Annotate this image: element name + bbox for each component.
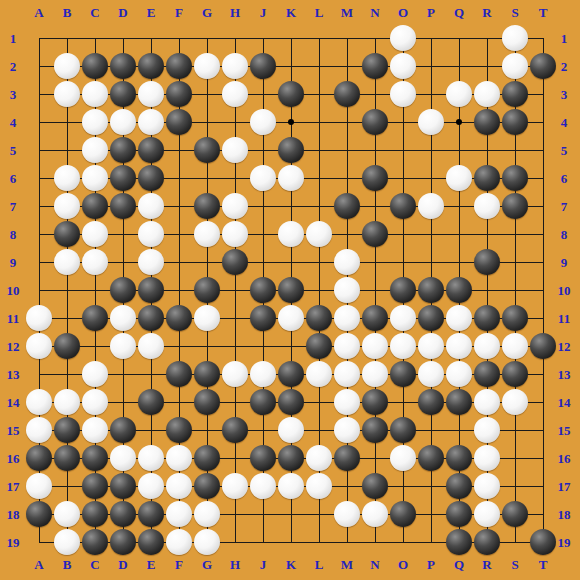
board-cell-J11[interactable]	[249, 304, 277, 332]
board-cell-B3[interactable]	[53, 80, 81, 108]
board-cell-B12[interactable]	[53, 332, 81, 360]
board-cell-J7[interactable]	[249, 192, 277, 220]
board-cell-S10[interactable]	[501, 276, 529, 304]
board-cell-P15[interactable]	[417, 416, 445, 444]
board-cell-E11[interactable]	[137, 304, 165, 332]
board-cell-A6[interactable]	[25, 164, 53, 192]
board-cell-E15[interactable]	[137, 416, 165, 444]
board-cell-A10[interactable]	[25, 276, 53, 304]
board-cell-J9[interactable]	[249, 248, 277, 276]
board-cell-A17[interactable]	[25, 472, 53, 500]
board-cell-Q19[interactable]	[445, 528, 473, 556]
board-cell-S7[interactable]	[501, 192, 529, 220]
board-cell-P16[interactable]	[417, 444, 445, 472]
board-cell-N5[interactable]	[361, 136, 389, 164]
board-cell-B18[interactable]	[53, 500, 81, 528]
board-cell-E18[interactable]	[137, 500, 165, 528]
board-cell-H17[interactable]	[221, 472, 249, 500]
board-cell-C11[interactable]	[81, 304, 109, 332]
board-cell-Q15[interactable]	[445, 416, 473, 444]
board-cell-E1[interactable]	[137, 24, 165, 52]
board-cell-H14[interactable]	[221, 388, 249, 416]
board-cell-Q4[interactable]	[445, 108, 473, 136]
board-cell-D18[interactable]	[109, 500, 137, 528]
board-cell-B14[interactable]	[53, 388, 81, 416]
board-cell-M17[interactable]	[333, 472, 361, 500]
board-cell-M8[interactable]	[333, 220, 361, 248]
board-cell-O17[interactable]	[389, 472, 417, 500]
board-cell-P4[interactable]	[417, 108, 445, 136]
board-cell-L9[interactable]	[305, 248, 333, 276]
board-cell-J2[interactable]	[249, 52, 277, 80]
board-cell-G4[interactable]	[193, 108, 221, 136]
board-cell-A3[interactable]	[25, 80, 53, 108]
board-cell-A12[interactable]	[25, 332, 53, 360]
board-cell-O12[interactable]	[389, 332, 417, 360]
board-cell-F16[interactable]	[165, 444, 193, 472]
board-cell-N13[interactable]	[361, 360, 389, 388]
board-cell-C2[interactable]	[81, 52, 109, 80]
board-cell-C10[interactable]	[81, 276, 109, 304]
board-cell-J17[interactable]	[249, 472, 277, 500]
board-cell-H2[interactable]	[221, 52, 249, 80]
board-cell-G7[interactable]	[193, 192, 221, 220]
board-cell-N11[interactable]	[361, 304, 389, 332]
board-cell-K16[interactable]	[277, 444, 305, 472]
board-cell-B19[interactable]	[53, 528, 81, 556]
board-cell-S11[interactable]	[501, 304, 529, 332]
board-cell-Q6[interactable]	[445, 164, 473, 192]
board-cell-C12[interactable]	[81, 332, 109, 360]
board-cell-P17[interactable]	[417, 472, 445, 500]
board-cell-L13[interactable]	[305, 360, 333, 388]
board-cell-B6[interactable]	[53, 164, 81, 192]
board-cell-R18[interactable]	[473, 500, 501, 528]
board-cell-H7[interactable]	[221, 192, 249, 220]
board-cell-B1[interactable]	[53, 24, 81, 52]
board-cell-Q16[interactable]	[445, 444, 473, 472]
board-cell-R12[interactable]	[473, 332, 501, 360]
board-cell-C18[interactable]	[81, 500, 109, 528]
board-cell-A8[interactable]	[25, 220, 53, 248]
board-cell-H10[interactable]	[221, 276, 249, 304]
board-cell-E16[interactable]	[137, 444, 165, 472]
board-cell-J14[interactable]	[249, 388, 277, 416]
board-cell-Q3[interactable]	[445, 80, 473, 108]
board-cell-D8[interactable]	[109, 220, 137, 248]
board-cell-L4[interactable]	[305, 108, 333, 136]
board-cell-K3[interactable]	[277, 80, 305, 108]
board-cell-C8[interactable]	[81, 220, 109, 248]
board-cell-L12[interactable]	[305, 332, 333, 360]
board-cell-G8[interactable]	[193, 220, 221, 248]
board-cell-E9[interactable]	[137, 248, 165, 276]
board-cell-P9[interactable]	[417, 248, 445, 276]
board-cell-O2[interactable]	[389, 52, 417, 80]
board-cell-K6[interactable]	[277, 164, 305, 192]
board-cell-L17[interactable]	[305, 472, 333, 500]
board-cell-N4[interactable]	[361, 108, 389, 136]
board-cell-O8[interactable]	[389, 220, 417, 248]
board-cell-R4[interactable]	[473, 108, 501, 136]
board-cell-E19[interactable]	[137, 528, 165, 556]
board-cell-S19[interactable]	[501, 528, 529, 556]
board-cell-R5[interactable]	[473, 136, 501, 164]
board-cell-M9[interactable]	[333, 248, 361, 276]
board-cell-M14[interactable]	[333, 388, 361, 416]
board-cell-M5[interactable]	[333, 136, 361, 164]
board-cell-E8[interactable]	[137, 220, 165, 248]
board-cell-O6[interactable]	[389, 164, 417, 192]
board-cell-S5[interactable]	[501, 136, 529, 164]
board-cell-N7[interactable]	[361, 192, 389, 220]
board-cell-J4[interactable]	[249, 108, 277, 136]
board-cell-C3[interactable]	[81, 80, 109, 108]
board-cell-R6[interactable]	[473, 164, 501, 192]
board-cell-L11[interactable]	[305, 304, 333, 332]
board-cell-H19[interactable]	[221, 528, 249, 556]
board-cell-F8[interactable]	[165, 220, 193, 248]
board-cell-Q10[interactable]	[445, 276, 473, 304]
board-cell-N14[interactable]	[361, 388, 389, 416]
board-cell-O19[interactable]	[389, 528, 417, 556]
board-cell-H12[interactable]	[221, 332, 249, 360]
board-cell-L6[interactable]	[305, 164, 333, 192]
board-cell-O9[interactable]	[389, 248, 417, 276]
board-cell-Q7[interactable]	[445, 192, 473, 220]
board-cell-L18[interactable]	[305, 500, 333, 528]
board-cell-D1[interactable]	[109, 24, 137, 52]
board-cell-G3[interactable]	[193, 80, 221, 108]
board-cell-A2[interactable]	[25, 52, 53, 80]
board-cell-R11[interactable]	[473, 304, 501, 332]
board-cell-C17[interactable]	[81, 472, 109, 500]
board-cell-D14[interactable]	[109, 388, 137, 416]
board-cell-A11[interactable]	[25, 304, 53, 332]
board-cell-D2[interactable]	[109, 52, 137, 80]
board-cell-K1[interactable]	[277, 24, 305, 52]
board-cell-S14[interactable]	[501, 388, 529, 416]
board-cell-F6[interactable]	[165, 164, 193, 192]
board-cell-M18[interactable]	[333, 500, 361, 528]
board-cell-F11[interactable]	[165, 304, 193, 332]
board-cell-G2[interactable]	[193, 52, 221, 80]
board-cell-P12[interactable]	[417, 332, 445, 360]
board-cell-M1[interactable]	[333, 24, 361, 52]
board-cell-J8[interactable]	[249, 220, 277, 248]
board-cell-E7[interactable]	[137, 192, 165, 220]
board-cell-O7[interactable]	[389, 192, 417, 220]
board-cell-N10[interactable]	[361, 276, 389, 304]
board-cell-E17[interactable]	[137, 472, 165, 500]
board-cell-Q8[interactable]	[445, 220, 473, 248]
board-cell-A15[interactable]	[25, 416, 53, 444]
board-cell-B7[interactable]	[53, 192, 81, 220]
board-cell-Q2[interactable]	[445, 52, 473, 80]
board-cell-S4[interactable]	[501, 108, 529, 136]
board-cell-S1[interactable]	[501, 24, 529, 52]
board-cell-O5[interactable]	[389, 136, 417, 164]
board-cell-G16[interactable]	[193, 444, 221, 472]
board-cell-K2[interactable]	[277, 52, 305, 80]
board-cell-N17[interactable]	[361, 472, 389, 500]
board-cell-K11[interactable]	[277, 304, 305, 332]
board-cell-R15[interactable]	[473, 416, 501, 444]
board-cell-P3[interactable]	[417, 80, 445, 108]
board-cell-P5[interactable]	[417, 136, 445, 164]
board-cell-G18[interactable]	[193, 500, 221, 528]
board-cell-C7[interactable]	[81, 192, 109, 220]
board-cell-O3[interactable]	[389, 80, 417, 108]
board-cell-J13[interactable]	[249, 360, 277, 388]
board-cell-R7[interactable]	[473, 192, 501, 220]
board-cell-L2[interactable]	[305, 52, 333, 80]
board-cell-D3[interactable]	[109, 80, 137, 108]
board-cell-P8[interactable]	[417, 220, 445, 248]
board-cell-D17[interactable]	[109, 472, 137, 500]
board-cell-N6[interactable]	[361, 164, 389, 192]
board-cell-H9[interactable]	[221, 248, 249, 276]
board-cell-L15[interactable]	[305, 416, 333, 444]
board-cell-E12[interactable]	[137, 332, 165, 360]
board-cell-G19[interactable]	[193, 528, 221, 556]
board-cell-H16[interactable]	[221, 444, 249, 472]
board-cell-M7[interactable]	[333, 192, 361, 220]
board-cell-O4[interactable]	[389, 108, 417, 136]
board-cell-P1[interactable]	[417, 24, 445, 52]
board-cell-F17[interactable]	[165, 472, 193, 500]
board-cell-R10[interactable]	[473, 276, 501, 304]
board-cell-B4[interactable]	[53, 108, 81, 136]
board-cell-J15[interactable]	[249, 416, 277, 444]
board-cell-P6[interactable]	[417, 164, 445, 192]
board-cell-N16[interactable]	[361, 444, 389, 472]
board-cell-H4[interactable]	[221, 108, 249, 136]
board-cell-S8[interactable]	[501, 220, 529, 248]
board-cell-J6[interactable]	[249, 164, 277, 192]
board-cell-O10[interactable]	[389, 276, 417, 304]
board-cell-D19[interactable]	[109, 528, 137, 556]
board-cell-A1[interactable]	[25, 24, 53, 52]
board-cell-E13[interactable]	[137, 360, 165, 388]
board-cell-B9[interactable]	[53, 248, 81, 276]
board-cell-M11[interactable]	[333, 304, 361, 332]
board-cell-S6[interactable]	[501, 164, 529, 192]
board-cell-M4[interactable]	[333, 108, 361, 136]
board-cell-Q5[interactable]	[445, 136, 473, 164]
board-cell-J16[interactable]	[249, 444, 277, 472]
board-cell-B13[interactable]	[53, 360, 81, 388]
board-cell-C5[interactable]	[81, 136, 109, 164]
board-cell-R1[interactable]	[473, 24, 501, 52]
board-cell-J10[interactable]	[249, 276, 277, 304]
board-cell-R8[interactable]	[473, 220, 501, 248]
board-cell-F2[interactable]	[165, 52, 193, 80]
board-cell-K8[interactable]	[277, 220, 305, 248]
board-cell-F13[interactable]	[165, 360, 193, 388]
board-cell-D10[interactable]	[109, 276, 137, 304]
board-cell-K13[interactable]	[277, 360, 305, 388]
board-cell-R9[interactable]	[473, 248, 501, 276]
board-cell-S18[interactable]	[501, 500, 529, 528]
board-cell-B5[interactable]	[53, 136, 81, 164]
board-cell-F10[interactable]	[165, 276, 193, 304]
board-cell-A19[interactable]	[25, 528, 53, 556]
board-cell-A14[interactable]	[25, 388, 53, 416]
board-cell-A18[interactable]	[25, 500, 53, 528]
board-cell-R17[interactable]	[473, 472, 501, 500]
board-cell-P13[interactable]	[417, 360, 445, 388]
board-cell-C19[interactable]	[81, 528, 109, 556]
board-cell-J5[interactable]	[249, 136, 277, 164]
board-cell-Q12[interactable]	[445, 332, 473, 360]
board-cell-K18[interactable]	[277, 500, 305, 528]
board-cell-Q18[interactable]	[445, 500, 473, 528]
board-cell-L10[interactable]	[305, 276, 333, 304]
board-cell-C9[interactable]	[81, 248, 109, 276]
board-cell-K10[interactable]	[277, 276, 305, 304]
board-cell-A9[interactable]	[25, 248, 53, 276]
board-cell-G13[interactable]	[193, 360, 221, 388]
board-cell-K17[interactable]	[277, 472, 305, 500]
board-cell-H6[interactable]	[221, 164, 249, 192]
board-cell-J19[interactable]	[249, 528, 277, 556]
board-cell-L3[interactable]	[305, 80, 333, 108]
board-cell-C16[interactable]	[81, 444, 109, 472]
board-cell-F19[interactable]	[165, 528, 193, 556]
board-cell-E10[interactable]	[137, 276, 165, 304]
board-cell-S12[interactable]	[501, 332, 529, 360]
board-cell-G14[interactable]	[193, 388, 221, 416]
board-cell-O11[interactable]	[389, 304, 417, 332]
board-cell-M19[interactable]	[333, 528, 361, 556]
board-cell-F12[interactable]	[165, 332, 193, 360]
board-cell-P11[interactable]	[417, 304, 445, 332]
board-cell-N3[interactable]	[361, 80, 389, 108]
board-cell-G1[interactable]	[193, 24, 221, 52]
board-cell-M12[interactable]	[333, 332, 361, 360]
board-cell-H18[interactable]	[221, 500, 249, 528]
board-cell-Q11[interactable]	[445, 304, 473, 332]
board-cell-F1[interactable]	[165, 24, 193, 52]
board-cell-K9[interactable]	[277, 248, 305, 276]
board-cell-M10[interactable]	[333, 276, 361, 304]
board-cell-C4[interactable]	[81, 108, 109, 136]
board-cell-E5[interactable]	[137, 136, 165, 164]
board-cell-L1[interactable]	[305, 24, 333, 52]
board-cell-E2[interactable]	[137, 52, 165, 80]
board-cell-C15[interactable]	[81, 416, 109, 444]
board-cell-F18[interactable]	[165, 500, 193, 528]
board-cell-G6[interactable]	[193, 164, 221, 192]
board-cell-Q17[interactable]	[445, 472, 473, 500]
board-cell-G17[interactable]	[193, 472, 221, 500]
board-cell-R3[interactable]	[473, 80, 501, 108]
board-cell-N15[interactable]	[361, 416, 389, 444]
board-cell-L14[interactable]	[305, 388, 333, 416]
board-cell-A16[interactable]	[25, 444, 53, 472]
board-cell-O14[interactable]	[389, 388, 417, 416]
board-cell-N9[interactable]	[361, 248, 389, 276]
board-cell-P10[interactable]	[417, 276, 445, 304]
board-cell-H5[interactable]	[221, 136, 249, 164]
board-cell-J1[interactable]	[249, 24, 277, 52]
board-cell-R14[interactable]	[473, 388, 501, 416]
board-cell-P2[interactable]	[417, 52, 445, 80]
board-cell-J18[interactable]	[249, 500, 277, 528]
board-cell-F7[interactable]	[165, 192, 193, 220]
board-cell-F5[interactable]	[165, 136, 193, 164]
board-cell-B16[interactable]	[53, 444, 81, 472]
board-cell-P18[interactable]	[417, 500, 445, 528]
board-cell-S17[interactable]	[501, 472, 529, 500]
board-cell-G12[interactable]	[193, 332, 221, 360]
board-cell-M3[interactable]	[333, 80, 361, 108]
board-cell-E14[interactable]	[137, 388, 165, 416]
board-cell-P19[interactable]	[417, 528, 445, 556]
board-cell-K15[interactable]	[277, 416, 305, 444]
board-cell-G10[interactable]	[193, 276, 221, 304]
board-cell-A4[interactable]	[25, 108, 53, 136]
board-cell-R2[interactable]	[473, 52, 501, 80]
board-cell-B17[interactable]	[53, 472, 81, 500]
board-cell-B8[interactable]	[53, 220, 81, 248]
board-cell-H13[interactable]	[221, 360, 249, 388]
board-cell-F15[interactable]	[165, 416, 193, 444]
board-cell-B11[interactable]	[53, 304, 81, 332]
board-cell-G9[interactable]	[193, 248, 221, 276]
board-cell-H8[interactable]	[221, 220, 249, 248]
board-cell-F3[interactable]	[165, 80, 193, 108]
board-cell-G5[interactable]	[193, 136, 221, 164]
board-cell-K4[interactable]	[277, 108, 305, 136]
board-cell-D15[interactable]	[109, 416, 137, 444]
board-cell-N1[interactable]	[361, 24, 389, 52]
board-cell-A7[interactable]	[25, 192, 53, 220]
board-cell-K12[interactable]	[277, 332, 305, 360]
board-cell-H15[interactable]	[221, 416, 249, 444]
board-cell-O15[interactable]	[389, 416, 417, 444]
board-cell-R19[interactable]	[473, 528, 501, 556]
board-cell-G15[interactable]	[193, 416, 221, 444]
board-cell-S13[interactable]	[501, 360, 529, 388]
board-cell-E4[interactable]	[137, 108, 165, 136]
board-cell-N2[interactable]	[361, 52, 389, 80]
board-cell-E6[interactable]	[137, 164, 165, 192]
board-cell-P14[interactable]	[417, 388, 445, 416]
board-cell-K19[interactable]	[277, 528, 305, 556]
board-cell-L5[interactable]	[305, 136, 333, 164]
board-cell-L16[interactable]	[305, 444, 333, 472]
board-cell-S2[interactable]	[501, 52, 529, 80]
board-cell-B2[interactable]	[53, 52, 81, 80]
board-cell-P7[interactable]	[417, 192, 445, 220]
board-cell-K7[interactable]	[277, 192, 305, 220]
board-cell-K14[interactable]	[277, 388, 305, 416]
board-cell-O13[interactable]	[389, 360, 417, 388]
board-cell-F4[interactable]	[165, 108, 193, 136]
board-cell-Q9[interactable]	[445, 248, 473, 276]
board-cell-L7[interactable]	[305, 192, 333, 220]
board-cell-D11[interactable]	[109, 304, 137, 332]
board-cell-G11[interactable]	[193, 304, 221, 332]
board-cell-F14[interactable]	[165, 388, 193, 416]
board-cell-Q13[interactable]	[445, 360, 473, 388]
board-cell-D13[interactable]	[109, 360, 137, 388]
board-cell-C14[interactable]	[81, 388, 109, 416]
board-cell-A13[interactable]	[25, 360, 53, 388]
board-cell-J3[interactable]	[249, 80, 277, 108]
